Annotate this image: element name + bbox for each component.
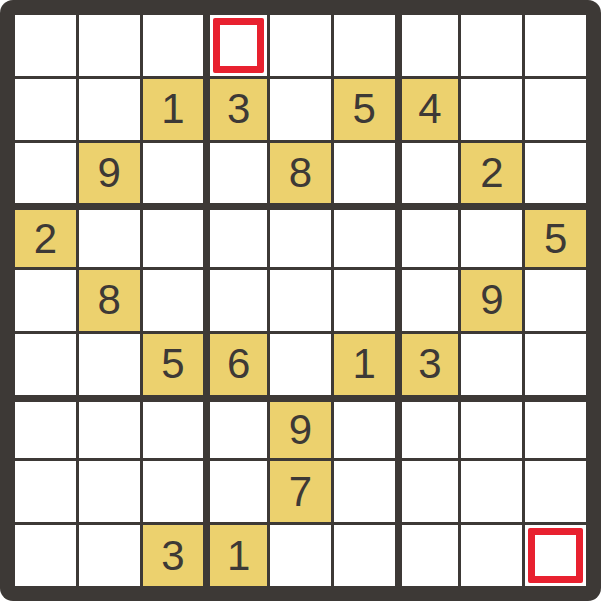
cell-r9c4[interactable]: 1 (206, 525, 267, 586)
cell-r3c1[interactable] (15, 143, 76, 204)
cell-r6c5[interactable] (270, 334, 331, 395)
cell-r1c1[interactable] (15, 15, 76, 76)
cell-r4c8[interactable] (461, 206, 522, 267)
cell-r3c2[interactable]: 9 (79, 143, 140, 204)
cell-r5c9[interactable] (525, 270, 586, 331)
cell-r8c4[interactable] (206, 461, 267, 522)
cell-r5c8[interactable]: 9 (461, 270, 522, 331)
cell-r5c1[interactable] (15, 270, 76, 331)
cell-r8c6[interactable] (334, 461, 395, 522)
cell-r6c7[interactable]: 3 (398, 334, 459, 395)
cell-r8c9[interactable] (525, 461, 586, 522)
cell-r5c5[interactable] (270, 270, 331, 331)
cell-r4c4[interactable] (206, 206, 267, 267)
cell-r1c3[interactable] (143, 15, 204, 76)
cell-r5c7[interactable] (398, 270, 459, 331)
cell-r4c7[interactable] (398, 206, 459, 267)
cell-r2c6[interactable]: 5 (334, 79, 395, 140)
cell-r2c1[interactable] (15, 79, 76, 140)
cell-r2c5[interactable] (270, 79, 331, 140)
cell-r8c3[interactable] (143, 461, 204, 522)
cell-r6c8[interactable] (461, 334, 522, 395)
cell-r2c2[interactable] (79, 79, 140, 140)
cell-r7c1[interactable] (15, 398, 76, 459)
cell-r2c7[interactable]: 4 (398, 79, 459, 140)
cell-r5c4[interactable] (206, 270, 267, 331)
cell-r2c9[interactable] (525, 79, 586, 140)
cell-r9c7[interactable] (398, 525, 459, 586)
cell-r4c5[interactable] (270, 206, 331, 267)
cell-r6c1[interactable] (15, 334, 76, 395)
target-cell-marker (528, 528, 583, 583)
cell-r7c5[interactable]: 9 (270, 398, 331, 459)
cell-r1c8[interactable] (461, 15, 522, 76)
cell-r6c2[interactable] (79, 334, 140, 395)
cell-r6c4[interactable]: 6 (206, 334, 267, 395)
cell-r7c3[interactable] (143, 398, 204, 459)
cell-r8c7[interactable] (398, 461, 459, 522)
cell-r8c1[interactable] (15, 461, 76, 522)
cell-r7c9[interactable] (525, 398, 586, 459)
cell-r1c4[interactable] (206, 15, 267, 76)
cell-r2c8[interactable] (461, 79, 522, 140)
cell-r1c7[interactable] (398, 15, 459, 76)
cell-r1c5[interactable] (270, 15, 331, 76)
cell-r3c4[interactable] (206, 143, 267, 204)
cell-r1c6[interactable] (334, 15, 395, 76)
cell-r9c5[interactable] (270, 525, 331, 586)
cell-r9c8[interactable] (461, 525, 522, 586)
cell-r3c3[interactable] (143, 143, 204, 204)
cell-r4c1[interactable]: 2 (15, 206, 76, 267)
cell-r3c7[interactable] (398, 143, 459, 204)
cell-r9c1[interactable] (15, 525, 76, 586)
cell-r9c3[interactable]: 3 (143, 525, 204, 586)
cell-r4c2[interactable] (79, 206, 140, 267)
cell-r7c6[interactable] (334, 398, 395, 459)
cell-r4c3[interactable] (143, 206, 204, 267)
cell-r5c2[interactable]: 8 (79, 270, 140, 331)
cell-r5c3[interactable] (143, 270, 204, 331)
cell-r3c5[interactable]: 8 (270, 143, 331, 204)
cell-r7c7[interactable] (398, 398, 459, 459)
cell-r8c8[interactable] (461, 461, 522, 522)
cell-r7c4[interactable] (206, 398, 267, 459)
cell-r8c5[interactable]: 7 (270, 461, 331, 522)
page: 1354982258956139731 (0, 0, 601, 601)
cell-r3c6[interactable] (334, 143, 395, 204)
cell-r6c9[interactable] (525, 334, 586, 395)
cell-r9c9[interactable] (525, 525, 586, 586)
cell-r7c2[interactable] (79, 398, 140, 459)
cell-r3c9[interactable] (525, 143, 586, 204)
cell-r1c2[interactable] (79, 15, 140, 76)
cell-r4c6[interactable] (334, 206, 395, 267)
target-cell-marker (213, 18, 264, 73)
cell-r9c2[interactable] (79, 525, 140, 586)
sudoku-board: 1354982258956139731 (0, 0, 601, 601)
cell-r9c6[interactable] (334, 525, 395, 586)
cell-r7c8[interactable] (461, 398, 522, 459)
cell-r1c9[interactable] (525, 15, 586, 76)
cell-r5c6[interactable] (334, 270, 395, 331)
cell-r2c4[interactable]: 3 (206, 79, 267, 140)
cell-r3c8[interactable]: 2 (461, 143, 522, 204)
cell-r2c3[interactable]: 1 (143, 79, 204, 140)
cell-r6c3[interactable]: 5 (143, 334, 204, 395)
cell-r4c9[interactable]: 5 (525, 206, 586, 267)
cell-r6c6[interactable]: 1 (334, 334, 395, 395)
cell-r8c2[interactable] (79, 461, 140, 522)
